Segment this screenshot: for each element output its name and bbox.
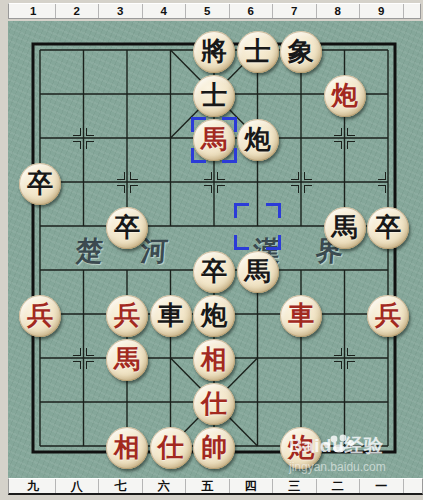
point-marker [202,170,226,194]
point-marker [115,170,139,194]
top-file-label: 7 [273,4,317,18]
watermark-url: jingyan.baidu.com [289,460,421,474]
point-marker-corner [347,141,355,149]
point-marker [333,126,357,150]
piece-red-elephant[interactable]: 相 [106,427,148,469]
bottom-file-label: 三 [273,479,317,493]
point-marker-corner [347,128,355,136]
piece-black-cannon[interactable]: 炮 [237,119,279,161]
piece-black-advisor[interactable]: 士 [193,75,235,117]
bottom-file-label: 六 [143,479,187,493]
top-file-label: 4 [143,4,187,18]
point-marker [333,346,357,370]
point-marker-corner [291,172,299,180]
piece-red-chariot[interactable]: 車 [280,295,322,337]
point-marker-corner [378,185,386,193]
point-marker-corner [130,172,138,180]
piece-black-cannon[interactable]: 炮 [193,295,235,337]
point-marker-corner [304,185,312,193]
piece-black-elephant[interactable]: 象 [280,31,322,73]
piece-glyph: 兵 [27,303,53,329]
xiangqi-program-window: 123456789 楚河漢界將士象士炮卒卒馬卒卒馬車炮炮馬兵兵車兵馬相仕相仕帥炮… [0,0,423,500]
point-marker [289,170,313,194]
point-marker-corner [204,172,212,180]
piece-black-advisor[interactable]: 士 [237,31,279,73]
baidu-paw-icon [322,433,356,453]
piece-glyph: 士 [245,39,271,65]
point-marker-corner [86,141,94,149]
piece-black-horse[interactable]: 馬 [237,251,279,293]
piece-glyph: 卒 [27,171,53,197]
piece-glyph: 士 [201,83,227,109]
xiangqi-board[interactable]: 楚河漢界將士象士炮卒卒馬卒卒馬車炮炮馬兵兵車兵馬相仕相仕帥炮 Baidu经验 j… [8,21,423,478]
point-marker-corner [86,361,94,369]
piece-glyph: 象 [288,39,314,65]
piece-glyph: 車 [158,303,184,329]
top-file-label: 3 [99,4,143,18]
piece-glyph: 炮 [245,127,271,153]
piece-red-soldier[interactable]: 兵 [19,295,61,337]
piece-glyph: 仕 [158,435,184,461]
point-marker-corner [117,172,125,180]
point-marker-corner [73,128,81,136]
point-marker-corner [204,185,212,193]
piece-black-soldier[interactable]: 卒 [193,251,235,293]
bottom-file-label: 九 [12,479,56,493]
point-marker-corner [217,172,225,180]
piece-glyph: 卒 [114,215,140,241]
point-marker-corner [86,128,94,136]
bottom-file-label: 一 [360,479,404,493]
piece-black-soldier[interactable]: 卒 [367,207,409,249]
top-file-label: 6 [230,4,274,18]
piece-black-soldier[interactable]: 卒 [106,207,148,249]
piece-glyph: 車 [288,303,314,329]
point-marker-corner [334,128,342,136]
piece-glyph: 卒 [375,215,401,241]
top-file-label: 8 [317,4,361,18]
piece-red-advisor[interactable]: 仕 [193,383,235,425]
piece-glyph: 馬 [245,259,271,285]
point-marker [376,170,400,194]
bottom-file-label: 八 [56,479,100,493]
piece-black-general[interactable]: 將 [193,31,235,73]
piece-black-soldier[interactable]: 卒 [19,163,61,205]
piece-glyph: 仕 [201,391,227,417]
point-marker-corner [347,361,355,369]
top-file-label: 1 [12,4,56,18]
piece-black-chariot[interactable]: 車 [150,295,192,337]
piece-red-elephant[interactable]: 相 [193,339,235,381]
piece-glyph: 炮 [201,303,227,329]
piece-glyph: 將 [201,39,227,65]
piece-glyph: 相 [114,435,140,461]
file-labels-bottom-ruler: 九八七六五四三二一 [8,478,423,495]
piece-glyph: 卒 [201,259,227,285]
point-marker-corner [117,185,125,193]
piece-glyph: 帥 [201,435,227,461]
piece-glyph: 炮 [332,83,358,109]
piece-red-soldier[interactable]: 兵 [106,295,148,337]
point-marker-corner [334,348,342,356]
point-marker-corner [378,172,386,180]
bottom-file-label: 二 [317,479,361,493]
point-marker-corner [73,348,81,356]
piece-red-horse[interactable]: 馬 [106,339,148,381]
piece-red-general[interactable]: 帥 [193,427,235,469]
piece-glyph: 馬 [114,347,140,373]
top-file-label: 2 [56,4,100,18]
river-character: 楚 [75,233,105,269]
baidu-jingyan-watermark: Baidu经验 jingyan.baidu.com [289,433,421,474]
bottom-file-label: 七 [99,479,143,493]
point-marker-corner [347,348,355,356]
point-marker-corner [73,361,81,369]
point-marker-corner [291,185,299,193]
move-origin-highlight [234,203,281,250]
point-marker-corner [334,141,342,149]
point-marker [72,346,96,370]
bottom-file-label: 四 [230,479,274,493]
point-marker-corner [73,141,81,149]
piece-glyph: 兵 [375,303,401,329]
piece-red-advisor[interactable]: 仕 [150,427,192,469]
piece-black-horse[interactable]: 馬 [324,207,366,249]
top-file-label: 9 [360,4,404,18]
piece-glyph: 相 [201,347,227,373]
selected-piece-highlight [191,117,237,163]
piece-red-soldier[interactable]: 兵 [367,295,409,337]
point-marker-corner [130,185,138,193]
bottom-file-label: 五 [186,479,230,493]
top-file-label: 5 [186,4,230,18]
file-labels-top-ruler: 123456789 [8,3,421,19]
point-marker-corner [217,185,225,193]
point-marker-corner [334,361,342,369]
piece-glyph: 兵 [114,303,140,329]
piece-red-cannon[interactable]: 炮 [324,75,366,117]
point-marker-corner [86,348,94,356]
piece-glyph: 馬 [332,215,358,241]
point-marker-corner [304,172,312,180]
point-marker [72,126,96,150]
